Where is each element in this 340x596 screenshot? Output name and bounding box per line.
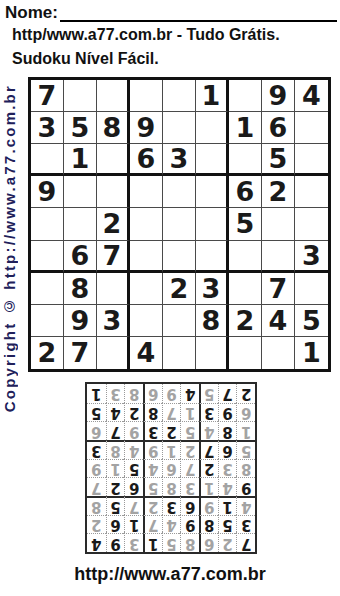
- puzzle-cell-r4c9: [295, 176, 328, 208]
- solution-cell-r3c6: 2: [143, 496, 162, 515]
- solution-cell-r7c9: 6: [87, 421, 106, 440]
- puzzle-cell-r2c1: 3: [31, 112, 64, 144]
- solution-cell-r5c1: 8: [236, 459, 255, 478]
- solution-cell-r5c5: 6: [162, 459, 181, 478]
- puzzle-cell-r1c1: 7: [31, 80, 64, 112]
- puzzle-cell-r8c1: [31, 305, 64, 337]
- puzzle-cell-r5c3: 2: [97, 208, 130, 240]
- solution-cell-r3c2: 1: [218, 496, 237, 515]
- puzzle-cell-r5c1: [31, 208, 64, 240]
- solution-cell-r9c3: 5: [199, 384, 218, 403]
- puzzle-cell-r8c6: 8: [196, 305, 229, 337]
- site-tagline: http/www.a77.com.br - Tudo Grátis.: [12, 26, 280, 44]
- solution-cell-r1c7: 3: [124, 533, 143, 552]
- solution-cell-r7c6: 3: [143, 421, 162, 440]
- puzzle-cell-r8c5: [163, 305, 196, 337]
- puzzle-cell-r2c6: [196, 112, 229, 144]
- solution-cell-r2c2: 5: [218, 515, 237, 534]
- solution-cell-r3c8: 5: [106, 496, 125, 515]
- name-label: Nome:: [5, 4, 58, 22]
- solution-cell-r9c2: 7: [218, 384, 237, 403]
- puzzle-cell-r4c3: [97, 176, 130, 208]
- puzzle-cell-r6c9: 3: [295, 241, 328, 273]
- solution-cell-r8c2: 9: [218, 403, 237, 422]
- solution-cell-r2c5: 4: [162, 515, 181, 534]
- puzzle-cell-r3c8: 5: [262, 144, 295, 176]
- puzzle-cell-r8c4: [130, 305, 163, 337]
- puzzle-cell-r2c8: 6: [262, 112, 295, 144]
- puzzle-cell-r5c2: [64, 208, 97, 240]
- solution-cell-r8c4: 1: [180, 403, 199, 422]
- puzzle-cell-r6c7: [229, 241, 262, 273]
- solution-cell-r6c2: 6: [218, 440, 237, 459]
- solution-cell-r8c1: 6: [236, 403, 255, 422]
- puzzle-cell-r2c2: 5: [64, 112, 97, 144]
- puzzle-cell-r7c4: [130, 273, 163, 305]
- puzzle-cell-r9c9: 1: [295, 337, 328, 369]
- name-blank-line: [60, 20, 337, 22]
- puzzle-cell-r2c9: [295, 112, 328, 144]
- puzzle-cell-r3c2: 1: [64, 144, 97, 176]
- solution-cell-r1c4: 8: [180, 533, 199, 552]
- puzzle-cell-r5c8: [262, 208, 295, 240]
- puzzle-cell-r8c9: 5: [295, 305, 328, 337]
- puzzle-cell-r5c5: [163, 208, 196, 240]
- puzzle-cell-r9c2: 7: [64, 337, 97, 369]
- puzzle-cell-r5c6: [196, 208, 229, 240]
- footer-url: http://www.a77.com.br: [0, 564, 340, 585]
- puzzle-title: Sudoku Nível Fácil.: [12, 50, 159, 68]
- puzzle-cell-r4c4: [130, 176, 163, 208]
- solution-cell-r5c3: 2: [199, 459, 218, 478]
- solution-cell-r6c7: 4: [124, 440, 143, 459]
- puzzle-cell-r2c3: 8: [97, 112, 130, 144]
- puzzle-cell-r3c9: [295, 144, 328, 176]
- solution-cell-r4c1: 9: [236, 477, 255, 496]
- puzzle-cell-r9c5: [163, 337, 196, 369]
- solution-cell-r7c2: 8: [218, 421, 237, 440]
- solution-cell-r7c8: 7: [106, 421, 125, 440]
- puzzle-cell-r6c5: [163, 241, 196, 273]
- solution-cell-r1c9: 4: [87, 533, 106, 552]
- solution-cell-r2c4: 9: [180, 515, 199, 534]
- puzzle-cell-r3c3: [97, 144, 130, 176]
- puzzle-cell-r3c5: 3: [163, 144, 196, 176]
- puzzle-cell-r1c6: 1: [196, 80, 229, 112]
- puzzle-cell-r7c1: [31, 273, 64, 305]
- solution-cell-r7c5: 2: [162, 421, 181, 440]
- puzzle-cell-r6c8: [262, 241, 295, 273]
- solution-cell-r9c6: 6: [143, 384, 162, 403]
- solution-cell-r6c6: 9: [143, 440, 162, 459]
- puzzle-cell-r3c1: [31, 144, 64, 176]
- puzzle-cell-r6c2: 6: [64, 241, 97, 273]
- solution-cell-r6c8: 8: [106, 440, 125, 459]
- puzzle-cell-r4c2: [64, 176, 97, 208]
- solution-cell-r8c9: 5: [87, 403, 106, 422]
- puzzle-cell-r3c7: [229, 144, 262, 176]
- sudoku-worksheet-page: Nome: http/www.a77.com.br - Tudo Grátis.…: [0, 0, 340, 596]
- puzzle-cell-r3c6: [196, 144, 229, 176]
- solution-cell-r8c7: 2: [124, 403, 143, 422]
- solution-cell-r6c1: 5: [236, 440, 255, 459]
- puzzle-cell-r1c5: [163, 80, 196, 112]
- solution-cell-r4c8: 2: [106, 477, 125, 496]
- solution-cell-r1c8: 9: [106, 533, 125, 552]
- solution-cell-r2c9: 2: [87, 515, 106, 534]
- puzzle-cell-r7c6: 3: [196, 273, 229, 305]
- puzzle-cell-r1c7: [229, 80, 262, 112]
- solution-cell-r4c7: 6: [124, 477, 143, 496]
- puzzle-cell-r1c2: [64, 80, 97, 112]
- puzzle-cell-r7c8: 7: [262, 273, 295, 305]
- solution-cell-r7c1: 1: [236, 421, 255, 440]
- puzzle-cell-r9c6: [196, 337, 229, 369]
- puzzle-cell-r4c8: 2: [262, 176, 295, 208]
- puzzle-cell-r4c1: 9: [31, 176, 64, 208]
- solution-cell-r5c6: 4: [143, 459, 162, 478]
- solution-cell-r3c5: 3: [162, 496, 181, 515]
- solution-cell-r3c7: 7: [124, 496, 143, 515]
- puzzle-cell-r7c2: 8: [64, 273, 97, 305]
- solution-cell-r7c7: 9: [124, 421, 143, 440]
- solution-cell-r2c3: 8: [199, 515, 218, 534]
- puzzle-cell-r7c5: 2: [163, 273, 196, 305]
- puzzle-cell-r9c7: [229, 337, 262, 369]
- solution-cell-r8c3: 3: [199, 403, 218, 422]
- puzzle-cell-r6c6: [196, 241, 229, 273]
- puzzle-cell-r9c8: [262, 337, 295, 369]
- puzzle-cell-r7c9: [295, 273, 328, 305]
- puzzle-cell-r4c7: 6: [229, 176, 262, 208]
- solution-cell-r9c9: 1: [87, 384, 106, 403]
- puzzle-cell-r4c5: [163, 176, 196, 208]
- sudoku-solution-grid-rotated-180: 7268513943589471624196327589413856278327…: [85, 382, 257, 554]
- puzzle-cell-r9c1: 2: [31, 337, 64, 369]
- solution-cell-r6c4: 2: [180, 440, 199, 459]
- solution-cell-r9c5: 9: [162, 384, 181, 403]
- solution-cell-r5c2: 3: [218, 459, 237, 478]
- puzzle-cell-r2c4: 9: [130, 112, 163, 144]
- puzzle-cell-r8c2: 9: [64, 305, 97, 337]
- solution-cell-r5c9: 9: [87, 459, 106, 478]
- solution-cell-r9c4: 4: [180, 384, 199, 403]
- solution-cell-r1c3: 6: [199, 533, 218, 552]
- solution-cell-r3c1: 4: [236, 496, 255, 515]
- solution-cell-r3c9: 8: [87, 496, 106, 515]
- puzzle-cell-r1c9: 4: [295, 80, 328, 112]
- solution-cell-r2c1: 3: [236, 515, 255, 534]
- solution-cell-r5c4: 7: [180, 459, 199, 478]
- solution-cell-r1c2: 2: [218, 533, 237, 552]
- puzzle-cell-r5c7: 5: [229, 208, 262, 240]
- solution-cell-r1c5: 5: [162, 533, 181, 552]
- puzzle-cell-r1c8: 9: [262, 80, 295, 112]
- solution-cell-r2c8: 6: [106, 515, 125, 534]
- solution-cell-r7c4: 5: [180, 421, 199, 440]
- solution-cell-r8c8: 4: [106, 403, 125, 422]
- solution-cell-r3c4: 6: [180, 496, 199, 515]
- solution-cell-r2c6: 7: [143, 515, 162, 534]
- puzzle-cell-r3c4: 6: [130, 144, 163, 176]
- solution-cell-r5c8: 1: [106, 459, 125, 478]
- copyright-vertical-text: Copyright © http://www.a77.com.br: [1, 84, 18, 412]
- solution-cell-r4c2: 4: [218, 477, 237, 496]
- puzzle-cell-r1c3: [97, 80, 130, 112]
- solution-cell-r4c5: 8: [162, 477, 181, 496]
- puzzle-cell-r7c7: [229, 273, 262, 305]
- solution-cell-r2c7: 1: [124, 515, 143, 534]
- solution-cell-r4c9: 7: [87, 477, 106, 496]
- solution-cell-r8c5: 7: [162, 403, 181, 422]
- puzzle-cell-r8c3: 3: [97, 305, 130, 337]
- puzzle-cell-r1c4: [130, 80, 163, 112]
- solution-cell-r1c1: 7: [236, 533, 255, 552]
- puzzle-cell-r5c9: [295, 208, 328, 240]
- solution-cell-r9c1: 2: [236, 384, 255, 403]
- solution-cell-r4c6: 5: [143, 477, 162, 496]
- puzzle-cell-r6c4: [130, 241, 163, 273]
- solution-cell-r4c3: 1: [199, 477, 218, 496]
- solution-cell-r6c9: 3: [87, 440, 106, 459]
- sudoku-puzzle-grid: 719435891616359622567382379382452741: [28, 77, 331, 372]
- puzzle-cell-r9c4: 4: [130, 337, 163, 369]
- solution-cell-r5c7: 5: [124, 459, 143, 478]
- solution-cell-r3c3: 9: [199, 496, 218, 515]
- solution-cell-r8c6: 8: [143, 403, 162, 422]
- puzzle-cell-r7c3: [97, 273, 130, 305]
- puzzle-cell-r2c5: [163, 112, 196, 144]
- solution-cell-r7c3: 4: [199, 421, 218, 440]
- solution-cell-r4c4: 3: [180, 477, 199, 496]
- name-field-row: Nome:: [5, 2, 337, 22]
- solution-cell-r9c7: 8: [124, 384, 143, 403]
- puzzle-cell-r4c6: [196, 176, 229, 208]
- solution-cell-r6c3: 7: [199, 440, 218, 459]
- solution-cell-r9c8: 3: [106, 384, 125, 403]
- puzzle-cell-r8c8: 4: [262, 305, 295, 337]
- solution-cell-r1c6: 1: [143, 533, 162, 552]
- solution-cell-r6c5: 1: [162, 440, 181, 459]
- puzzle-cell-r9c3: [97, 337, 130, 369]
- puzzle-cell-r5c4: [130, 208, 163, 240]
- puzzle-cell-r6c3: 7: [97, 241, 130, 273]
- puzzle-cell-r2c7: 1: [229, 112, 262, 144]
- puzzle-cell-r6c1: [31, 241, 64, 273]
- puzzle-cell-r8c7: 2: [229, 305, 262, 337]
